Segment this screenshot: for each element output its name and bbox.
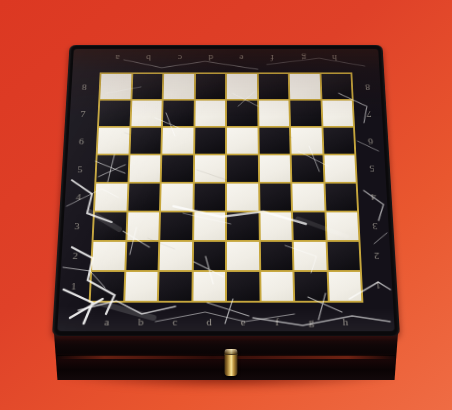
square-e4 xyxy=(227,184,258,211)
square-h3 xyxy=(326,212,358,240)
square-c2 xyxy=(160,242,192,270)
square-f5 xyxy=(259,155,290,182)
square-b7 xyxy=(131,101,162,126)
square-b3 xyxy=(127,212,159,240)
square-b8 xyxy=(132,74,162,99)
brass-knob-cap xyxy=(225,349,238,355)
square-g8 xyxy=(290,74,320,99)
square-h1 xyxy=(328,272,361,301)
square-b1 xyxy=(125,272,158,301)
square-f7 xyxy=(259,101,289,126)
square-a2 xyxy=(92,242,125,270)
square-a3 xyxy=(94,212,126,240)
board-grid xyxy=(89,72,364,302)
brass-knob xyxy=(225,349,238,376)
square-e6 xyxy=(227,128,257,154)
square-e8 xyxy=(227,74,257,99)
square-f1 xyxy=(261,272,293,301)
square-f8 xyxy=(258,74,288,99)
square-g1 xyxy=(294,272,327,301)
square-g3 xyxy=(293,212,325,240)
square-e2 xyxy=(227,242,259,270)
square-h7 xyxy=(322,101,353,126)
square-c5 xyxy=(162,155,193,182)
photo-background: abcdefgh abcdefgh 87654321 87654321 xyxy=(0,0,452,410)
square-h5 xyxy=(324,155,356,182)
square-g2 xyxy=(294,242,326,270)
square-d3 xyxy=(194,212,225,240)
square-e1 xyxy=(227,272,259,301)
square-b6 xyxy=(130,128,161,154)
square-g6 xyxy=(291,128,322,154)
square-e3 xyxy=(227,212,258,240)
square-h4 xyxy=(325,184,357,211)
box-front-face xyxy=(54,333,398,380)
square-d4 xyxy=(194,184,225,211)
square-f6 xyxy=(259,128,290,154)
square-a8 xyxy=(100,74,131,99)
square-e7 xyxy=(227,101,257,126)
square-b4 xyxy=(128,184,160,211)
square-d7 xyxy=(195,101,225,126)
square-a1 xyxy=(91,272,124,301)
square-a4 xyxy=(95,184,127,211)
square-g5 xyxy=(292,155,323,182)
square-c4 xyxy=(161,184,192,211)
square-d2 xyxy=(193,242,225,270)
square-b2 xyxy=(126,242,158,270)
square-d5 xyxy=(194,155,225,182)
square-d8 xyxy=(195,74,225,99)
square-c1 xyxy=(159,272,191,301)
square-a5 xyxy=(96,155,128,182)
square-g4 xyxy=(292,184,324,211)
square-g7 xyxy=(290,101,321,126)
square-b5 xyxy=(129,155,160,182)
chess-board-lid: abcdefgh abcdefgh 87654321 87654321 xyxy=(52,45,400,336)
square-h6 xyxy=(323,128,354,154)
square-f3 xyxy=(260,212,292,240)
square-e5 xyxy=(227,155,258,182)
square-d6 xyxy=(195,128,225,154)
square-c8 xyxy=(164,74,194,99)
square-h2 xyxy=(327,242,360,270)
square-c3 xyxy=(160,212,192,240)
square-c6 xyxy=(162,128,193,154)
square-h8 xyxy=(321,74,352,99)
square-f4 xyxy=(260,184,291,211)
square-a6 xyxy=(98,128,129,154)
square-d1 xyxy=(193,272,225,301)
square-c7 xyxy=(163,101,193,126)
square-a7 xyxy=(99,101,130,126)
square-f2 xyxy=(260,242,292,270)
